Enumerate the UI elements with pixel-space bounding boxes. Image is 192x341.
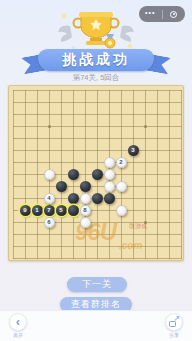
move-number: 2: [119, 159, 122, 165]
move-number: 8: [83, 207, 86, 213]
stone-white: [104, 169, 115, 180]
footer-bar: ‹ 再开 ↗ 分享: [0, 310, 192, 341]
level-info: 第74关, 5回合: [0, 73, 192, 83]
stone-black: 1: [32, 205, 43, 216]
stone-white: [80, 217, 91, 228]
share-button[interactable]: ↗: [165, 313, 183, 331]
stone-black: 7: [44, 205, 55, 216]
result-title: 挑战成功: [62, 51, 130, 69]
grid-line: [13, 234, 182, 235]
stone-black: [80, 181, 91, 192]
stone-black: [68, 205, 79, 216]
stone-white: [104, 181, 115, 192]
grid-line: [13, 246, 182, 247]
move-number: 3: [131, 147, 134, 153]
star-point: [144, 221, 147, 224]
stone-black: [104, 193, 115, 204]
stone-black: 3: [128, 145, 139, 156]
stone-white: 6: [44, 217, 55, 228]
move-number: 6: [47, 219, 50, 225]
star-point: [48, 125, 51, 128]
move-number: 9: [23, 207, 26, 213]
stone-black: [92, 193, 103, 204]
stone-white: 8: [80, 205, 91, 216]
stone-white: [116, 205, 127, 216]
stone-black: 5: [56, 205, 67, 216]
grid-line: [13, 258, 182, 259]
move-number: 4: [47, 195, 50, 201]
board: 96U 微游戏 .com 391752486: [8, 85, 184, 261]
circle-dot-icon: [170, 11, 177, 18]
more-button[interactable]: •••: [139, 6, 162, 22]
page: ••• 挑战成功 第74关, 5回合 96U 微游戏: [0, 0, 192, 341]
move-number: 1: [35, 207, 38, 213]
stone-white: [80, 193, 91, 204]
stone-black: 9: [20, 205, 31, 216]
share-icon: ↗: [169, 318, 179, 327]
back-label: 再开: [0, 332, 36, 338]
wechat-capsule: •••: [139, 6, 185, 22]
stone-black: [68, 169, 79, 180]
more-dots-icon: •••: [145, 9, 155, 16]
stone-black: [56, 181, 67, 192]
back-corner: ‹ 再开: [0, 312, 36, 338]
move-number: 5: [59, 207, 62, 213]
stone-white: 2: [116, 157, 127, 168]
star-point: [144, 125, 147, 128]
move-number: 7: [47, 207, 50, 213]
stone-black: [92, 169, 103, 180]
share-corner: ↗ 分享: [156, 312, 192, 338]
back-button[interactable]: ‹: [9, 313, 27, 331]
ribbon-band: 挑战成功: [38, 49, 154, 71]
stone-black: [68, 193, 79, 204]
stone-white: [104, 157, 115, 168]
grid-line: [181, 90, 182, 259]
chevron-left-icon: ‹: [16, 315, 20, 328]
stone-white: [44, 169, 55, 180]
stone-white: [116, 181, 127, 192]
minimize-button[interactable]: [163, 6, 186, 22]
next-level-button[interactable]: 下一关: [67, 277, 127, 292]
grid-line: [169, 90, 170, 259]
stone-white: 4: [44, 193, 55, 204]
share-label: 分享: [156, 332, 192, 338]
